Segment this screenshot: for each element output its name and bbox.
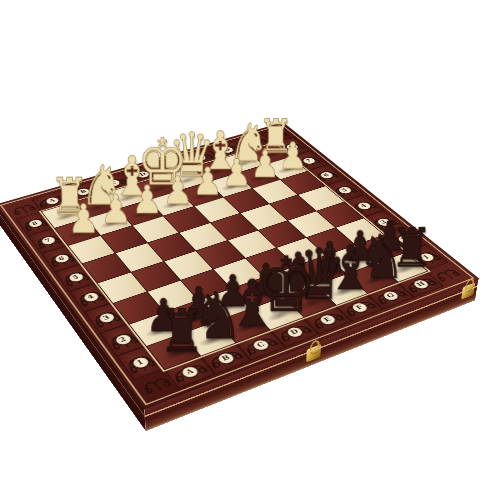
- brass-latch: [461, 282, 475, 299]
- chess-board-box: A B C D E F G H: [0, 123, 478, 409]
- white-pawn: ♟: [49, 200, 117, 240]
- brass-latch: [306, 344, 321, 362]
- chess-set-photo: A B C D E F G H: [0, 0, 480, 480]
- perspective-wrapper: A B C D E F G H: [0, 0, 480, 480]
- black-rook: ♜: [142, 303, 220, 362]
- board-top-face: A B C D E F G H: [0, 123, 478, 409]
